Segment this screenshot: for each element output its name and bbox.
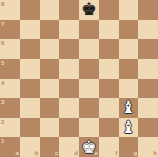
square-d3[interactable] [59, 98, 79, 118]
square-a2[interactable]: 2 [0, 118, 20, 138]
square-c6[interactable] [40, 39, 60, 59]
square-e2[interactable] [79, 118, 99, 138]
square-b7[interactable] [20, 20, 40, 40]
square-e1[interactable]: e♚ [79, 137, 99, 157]
square-g2[interactable]: ♝ [119, 118, 139, 138]
rank-label-3: 3 [1, 99, 4, 105]
square-f4[interactable] [99, 79, 119, 99]
file-label-e: e [94, 150, 97, 156]
square-a7[interactable]: 7 [0, 20, 20, 40]
file-label-b: b [35, 150, 39, 156]
rank-label-2: 2 [1, 119, 4, 125]
square-a6[interactable]: 6 [0, 39, 20, 59]
square-g4[interactable] [119, 79, 139, 99]
square-h5[interactable] [138, 59, 158, 79]
rank-label-6: 6 [1, 40, 4, 46]
square-d4[interactable] [59, 79, 79, 99]
square-f1[interactable]: f [99, 137, 119, 157]
square-c2[interactable] [40, 118, 60, 138]
square-d6[interactable] [59, 39, 79, 59]
square-d1[interactable]: d [59, 137, 79, 157]
square-h1[interactable]: h [138, 137, 158, 157]
file-label-g: g [134, 150, 138, 156]
rank-label-4: 4 [1, 80, 4, 86]
piece-white-bishop[interactable]: ♝ [121, 119, 136, 136]
square-b2[interactable] [20, 118, 40, 138]
square-e6[interactable] [79, 39, 99, 59]
square-h3[interactable] [138, 98, 158, 118]
square-f6[interactable] [99, 39, 119, 59]
square-c3[interactable] [40, 98, 60, 118]
square-d5[interactable] [59, 59, 79, 79]
square-c5[interactable] [40, 59, 60, 79]
square-g6[interactable] [119, 39, 139, 59]
square-c4[interactable] [40, 79, 60, 99]
square-c1[interactable]: c [40, 137, 60, 157]
square-a3[interactable]: 3 [0, 98, 20, 118]
square-g8[interactable] [119, 0, 139, 20]
square-h2[interactable] [138, 118, 158, 138]
file-label-f: f [116, 150, 118, 156]
square-e5[interactable] [79, 59, 99, 79]
file-label-c: c [55, 150, 58, 156]
file-label-a: a [15, 150, 18, 156]
piece-black-king[interactable]: ♚ [81, 1, 96, 18]
square-f3[interactable] [99, 98, 119, 118]
square-e4[interactable] [79, 79, 99, 99]
square-h6[interactable] [138, 39, 158, 59]
square-f5[interactable] [99, 59, 119, 79]
rank-label-7: 7 [1, 21, 4, 27]
square-f8[interactable] [99, 0, 119, 20]
square-b4[interactable] [20, 79, 40, 99]
piece-white-bishop[interactable]: ♝ [121, 99, 136, 116]
square-d8[interactable] [59, 0, 79, 20]
square-d2[interactable] [59, 118, 79, 138]
file-label-d: d [74, 150, 78, 156]
square-b6[interactable] [20, 39, 40, 59]
square-d7[interactable] [59, 20, 79, 40]
square-e7[interactable] [79, 20, 99, 40]
square-e3[interactable] [79, 98, 99, 118]
square-g1[interactable]: g [119, 137, 139, 157]
square-b3[interactable] [20, 98, 40, 118]
rank-label-5: 5 [1, 60, 4, 66]
square-b8[interactable] [20, 0, 40, 20]
chess-board: 8♚76543♝2♝1abcde♚fgh [0, 0, 158, 157]
square-b5[interactable] [20, 59, 40, 79]
square-a4[interactable]: 4 [0, 79, 20, 99]
square-h7[interactable] [138, 20, 158, 40]
square-f7[interactable] [99, 20, 119, 40]
square-a8[interactable]: 8 [0, 0, 20, 20]
square-c7[interactable] [40, 20, 60, 40]
square-g5[interactable] [119, 59, 139, 79]
square-c8[interactable] [40, 0, 60, 20]
square-e8[interactable]: ♚ [79, 0, 99, 20]
square-b1[interactable]: b [20, 137, 40, 157]
rank-label-8: 8 [1, 1, 4, 7]
square-g7[interactable] [119, 20, 139, 40]
square-f2[interactable] [99, 118, 119, 138]
square-a5[interactable]: 5 [0, 59, 20, 79]
square-g3[interactable]: ♝ [119, 98, 139, 118]
square-h8[interactable] [138, 0, 158, 20]
square-a1[interactable]: 1a [0, 137, 20, 157]
file-label-h: h [153, 150, 157, 156]
rank-label-1: 1 [1, 138, 4, 144]
square-h4[interactable] [138, 79, 158, 99]
